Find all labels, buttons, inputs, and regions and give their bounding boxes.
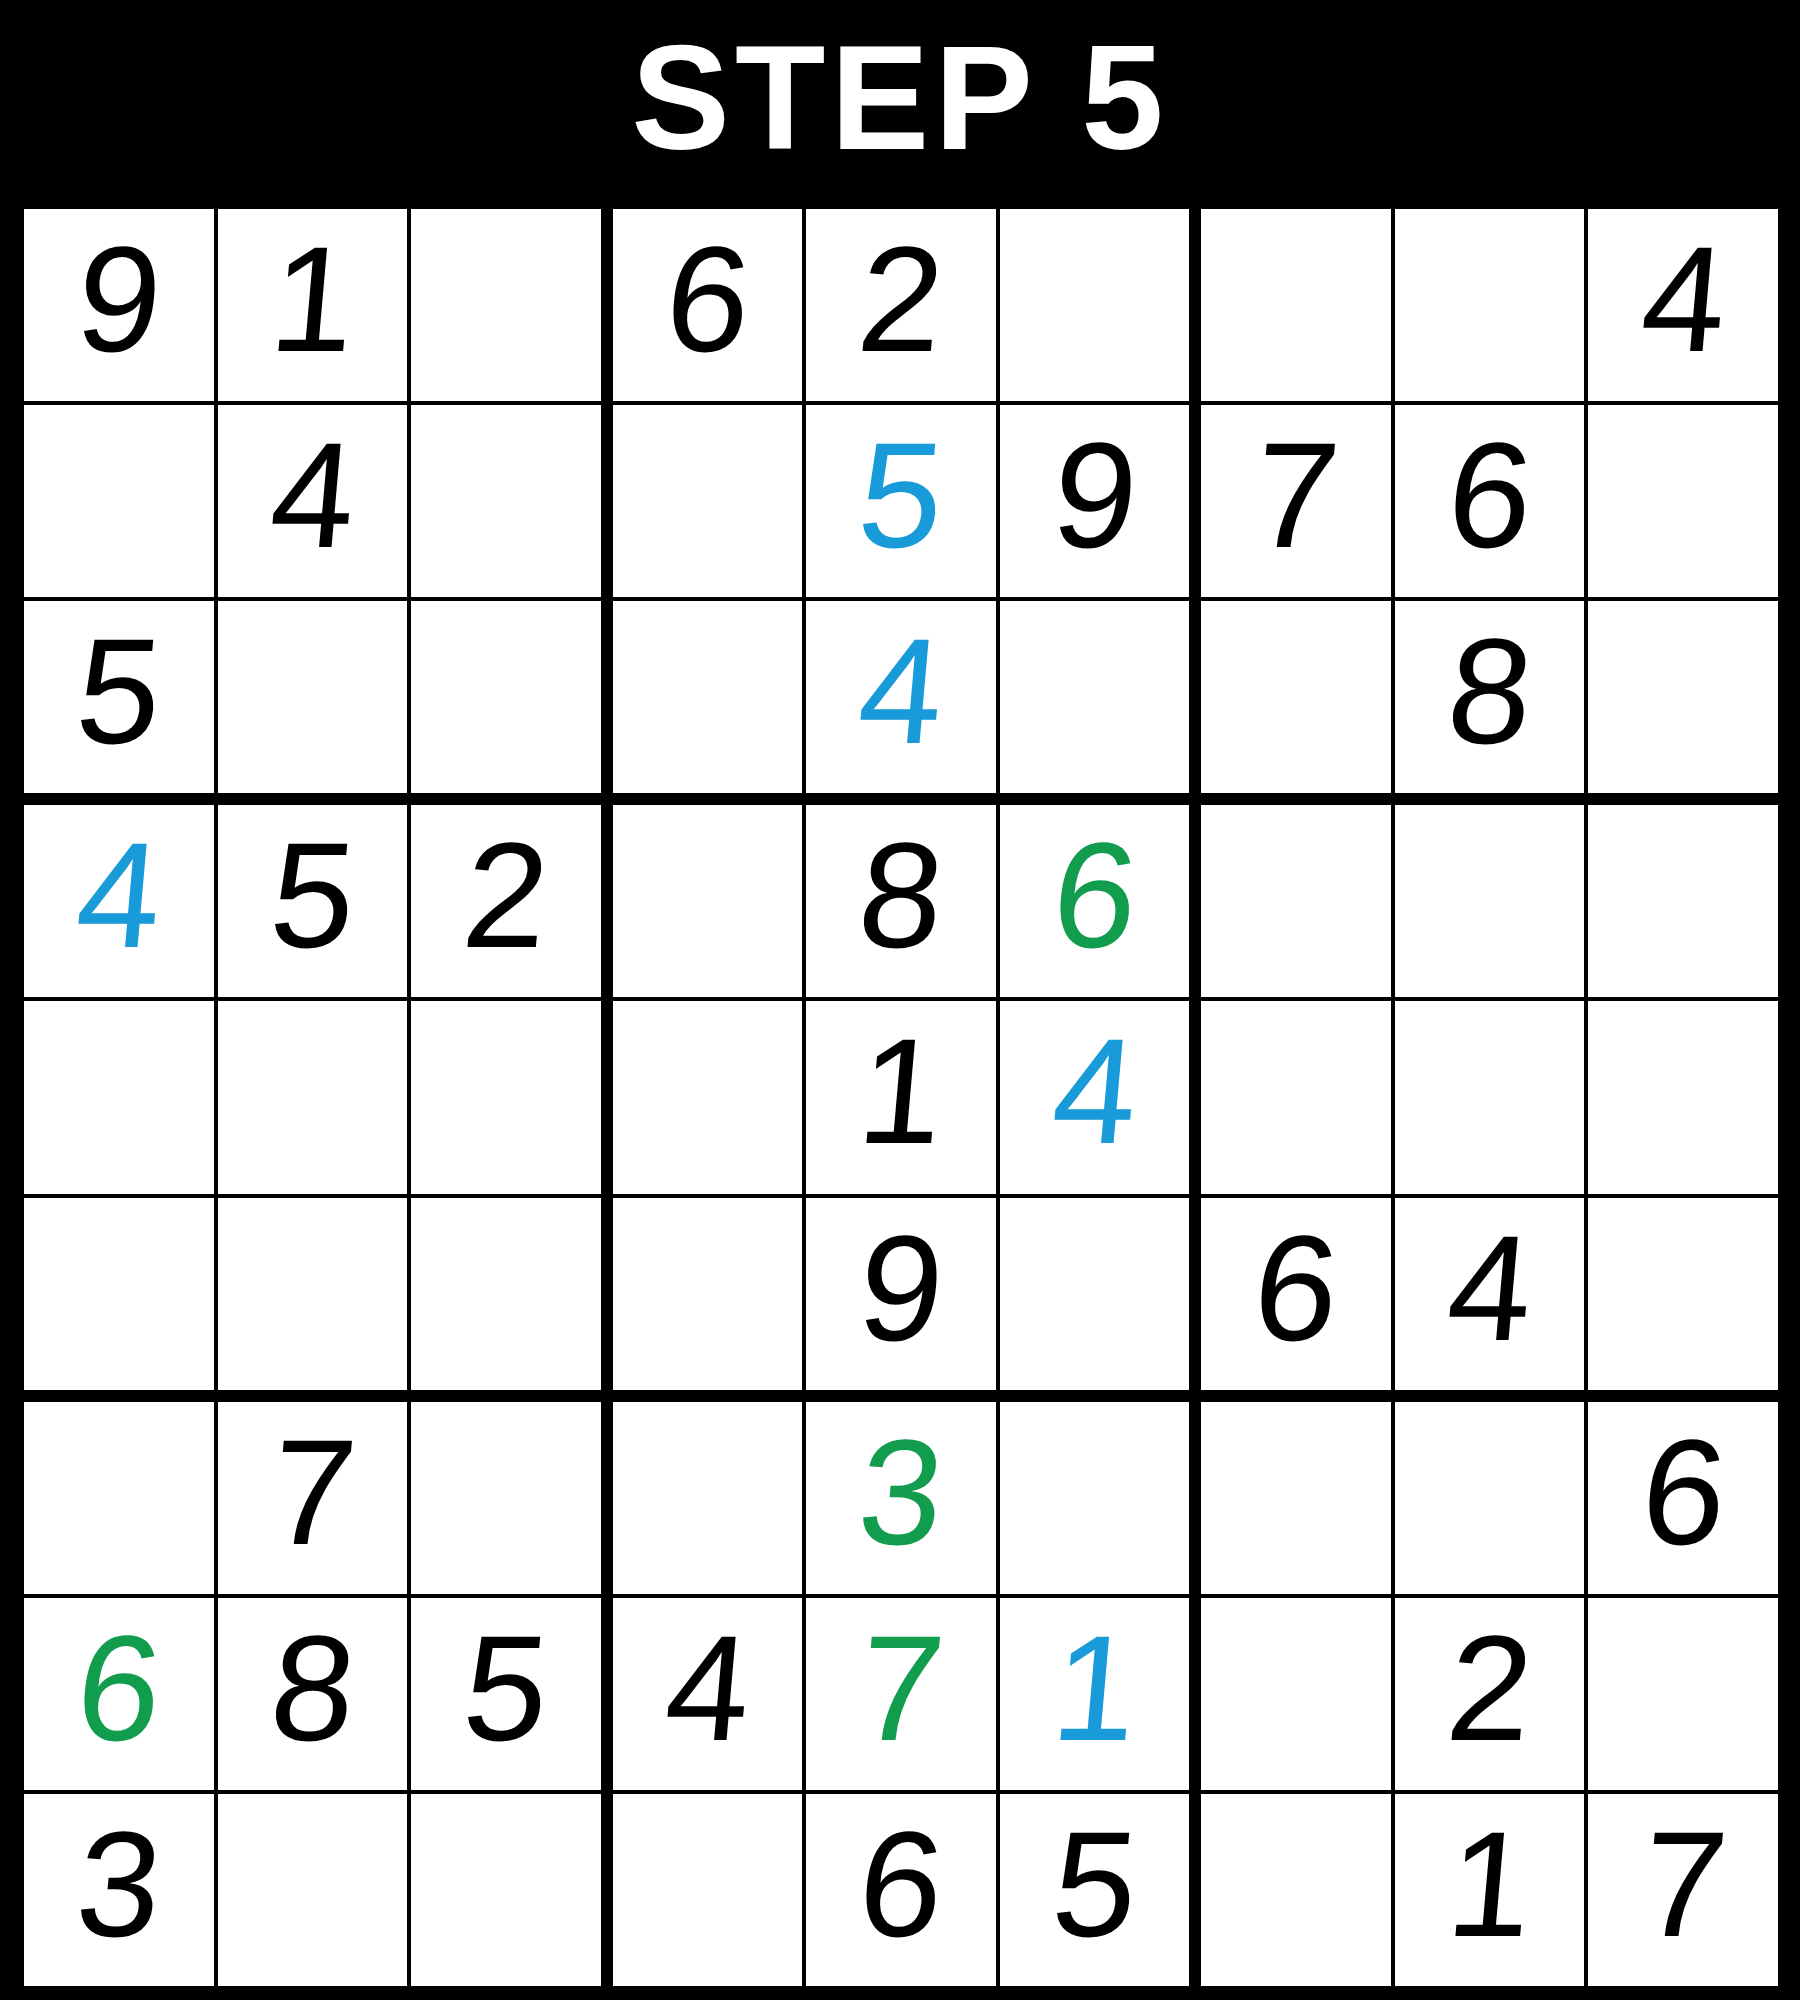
cell-r5c1[interactable] [24,1001,214,1193]
digit-r4c3: 2 [458,820,555,970]
cell-r9c2[interactable] [218,1794,408,1986]
cell-r6c7[interactable]: 6 [1201,1198,1391,1390]
cell-r4c6[interactable]: 6 [1000,805,1190,997]
digit-r2c5: 5 [853,420,950,570]
cell-r3c8[interactable]: 8 [1395,601,1585,793]
cell-r2c1[interactable] [24,405,214,597]
digit-r9c8: 1 [1442,1809,1539,1959]
cell-r6c8[interactable]: 4 [1395,1198,1585,1390]
digit-r8c5: 7 [853,1613,950,1763]
cell-r4c5[interactable]: 8 [806,805,996,997]
cell-r1c7[interactable] [1201,209,1391,401]
cell-r3c2[interactable] [218,601,408,793]
cell-r4c4[interactable] [613,805,803,997]
cell-r8c6[interactable]: 1 [1000,1598,1190,1790]
digit-r1c5: 2 [853,224,950,374]
cell-r8c2[interactable]: 8 [218,1598,408,1790]
digit-r8c1: 6 [71,1613,168,1763]
cell-r9c4[interactable] [613,1794,803,1986]
digit-r4c1: 4 [71,820,168,970]
cell-r5c7[interactable] [1201,1001,1391,1193]
cell-r9c5[interactable]: 6 [806,1794,996,1986]
cell-r2c5[interactable]: 5 [806,405,996,597]
cell-r9c3[interactable] [411,1794,601,1986]
cell-r1c3[interactable] [411,209,601,401]
cell-r9c7[interactable] [1201,1794,1391,1986]
digit-r3c1: 5 [71,616,168,766]
cell-r3c7[interactable] [1201,601,1391,793]
cell-r3c3[interactable] [411,601,601,793]
digit-r3c8: 8 [1442,616,1539,766]
digit-r4c5: 8 [853,820,950,970]
cell-r2c6[interactable]: 9 [1000,405,1190,597]
digit-r7c5: 3 [853,1417,950,1567]
title-banner: STEP 5 [0,0,1800,195]
cell-r1c1[interactable]: 9 [24,209,214,401]
cell-r1c6[interactable] [1000,209,1190,401]
cell-r6c3[interactable] [411,1198,601,1390]
digit-r2c2: 4 [265,420,362,570]
cell-r9c8[interactable]: 1 [1395,1794,1585,1986]
cell-r1c5[interactable]: 2 [806,209,996,401]
cell-r6c5[interactable]: 9 [806,1198,996,1390]
page: STEP 5 914562594476845286149647685334716… [0,0,1800,2000]
cell-r9c9[interactable]: 7 [1588,1794,1778,1986]
digit-r1c4: 6 [660,224,757,374]
cell-r2c9[interactable] [1588,405,1778,597]
cell-r2c4[interactable] [613,405,803,597]
cell-r6c6[interactable] [1000,1198,1190,1390]
digit-r9c1: 3 [71,1809,168,1959]
digit-r8c4: 4 [660,1613,757,1763]
cell-r4c3[interactable]: 2 [411,805,601,997]
cell-r7c1[interactable] [24,1402,214,1594]
cell-r4c8[interactable] [1395,805,1585,997]
cell-r7c4[interactable] [613,1402,803,1594]
cell-r3c4[interactable] [613,601,803,793]
digit-r8c2: 8 [265,1613,362,1763]
digit-r5c6: 4 [1047,1016,1144,1166]
digit-r4c6: 6 [1047,820,1144,970]
cell-r9c1[interactable]: 3 [24,1794,214,1986]
cell-r5c2[interactable] [218,1001,408,1193]
digit-r2c8: 6 [1442,420,1539,570]
cell-r4c9[interactable] [1588,805,1778,997]
cell-r3c9[interactable] [1588,601,1778,793]
cell-r6c4[interactable] [613,1198,803,1390]
cell-r5c4[interactable] [613,1001,803,1193]
cell-r7c9[interactable]: 6 [1588,1402,1778,1594]
cell-r9c6[interactable]: 5 [1000,1794,1190,1986]
cell-r7c2[interactable]: 7 [218,1402,408,1594]
digit-r9c9: 7 [1635,1809,1732,1959]
box-9: 6217 [1201,1402,1778,1986]
cell-r7c6[interactable] [1000,1402,1190,1594]
cell-r2c2[interactable]: 4 [218,405,408,597]
cell-r7c7[interactable] [1201,1402,1391,1594]
cell-r4c2[interactable]: 5 [218,805,408,997]
cell-r7c5[interactable]: 3 [806,1402,996,1594]
cell-r5c9[interactable] [1588,1001,1778,1193]
digit-r5c5: 1 [853,1016,950,1166]
box-2: 62594 [613,209,1190,793]
digit-r2c7: 7 [1248,420,1345,570]
digit-r6c7: 6 [1248,1213,1345,1363]
sudoku-board: 91456259447684528614964768533471656217 [10,195,1792,2000]
cell-r8c9[interactable] [1588,1598,1778,1790]
cell-r8c1[interactable]: 6 [24,1598,214,1790]
digit-r8c6: 1 [1047,1613,1144,1763]
digit-r6c5: 9 [853,1213,950,1363]
cell-r3c6[interactable] [1000,601,1190,793]
cell-r6c2[interactable] [218,1198,408,1390]
cell-r7c3[interactable] [411,1402,601,1594]
box-5: 86149 [613,805,1190,1389]
box-4: 452 [24,805,601,1389]
cell-r3c5[interactable]: 4 [806,601,996,793]
digit-r1c2: 1 [265,224,362,374]
cell-r5c5[interactable]: 1 [806,1001,996,1193]
box-8: 347165 [613,1402,1190,1986]
digit-r9c5: 6 [853,1809,950,1959]
cell-r1c9[interactable]: 4 [1588,209,1778,401]
cell-r6c9[interactable] [1588,1198,1778,1390]
digit-r1c1: 9 [71,224,168,374]
cell-r2c7[interactable]: 7 [1201,405,1391,597]
cell-r4c7[interactable] [1201,805,1391,997]
cell-r1c4[interactable]: 6 [613,209,803,401]
box-6: 64 [1201,805,1778,1389]
cell-r2c8[interactable]: 6 [1395,405,1585,597]
digit-r4c2: 5 [265,820,362,970]
cell-r5c3[interactable] [411,1001,601,1193]
cell-r6c1[interactable] [24,1198,214,1390]
digit-r3c5: 4 [853,616,950,766]
digit-r8c8: 2 [1442,1613,1539,1763]
cell-r1c2[interactable]: 1 [218,209,408,401]
box-1: 9145 [24,209,601,793]
digit-r7c2: 7 [265,1417,362,1567]
cell-r4c1[interactable]: 4 [24,805,214,997]
box-3: 4768 [1201,209,1778,793]
digit-r1c9: 4 [1635,224,1732,374]
cell-r5c6[interactable]: 4 [1000,1001,1190,1193]
cell-r8c7[interactable] [1201,1598,1391,1790]
page-title: STEP 5 [631,24,1168,172]
box-7: 76853 [24,1402,601,1986]
cell-r8c8[interactable]: 2 [1395,1598,1585,1790]
digit-r8c3: 5 [458,1613,555,1763]
cell-r3c1[interactable]: 5 [24,601,214,793]
cell-r1c8[interactable] [1395,209,1585,401]
cell-r7c8[interactable] [1395,1402,1585,1594]
digit-r6c8: 4 [1442,1213,1539,1363]
cell-r5c8[interactable] [1395,1001,1585,1193]
cell-r8c3[interactable]: 5 [411,1598,601,1790]
digit-r2c6: 9 [1047,420,1144,570]
cell-r8c4[interactable]: 4 [613,1598,803,1790]
cell-r2c3[interactable] [411,405,601,597]
digit-r7c9: 6 [1635,1417,1732,1567]
cell-r8c5[interactable]: 7 [806,1598,996,1790]
digit-r9c6: 5 [1047,1809,1144,1959]
